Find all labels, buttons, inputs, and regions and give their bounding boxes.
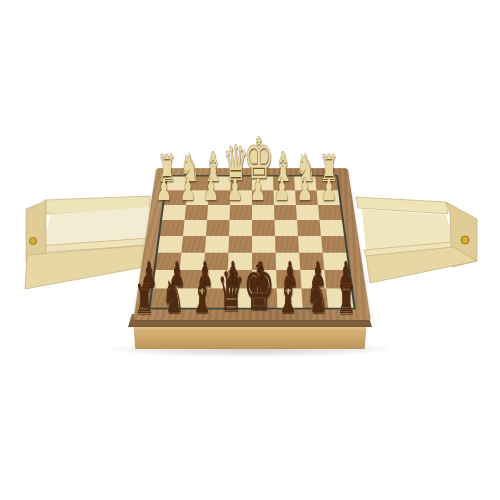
piece-dark-q[interactable]: ♛ [217,263,245,319]
square-c3[interactable] [274,205,297,220]
square-d4[interactable] [252,220,275,236]
square-b4[interactable] [297,220,321,236]
piece-dark-k[interactable]: ♚ [243,255,275,319]
square-g3[interactable] [185,205,208,220]
square-d3[interactable] [252,205,274,220]
left-drawer-knob[interactable] [29,237,36,244]
square-f4[interactable] [206,220,230,236]
piece-light-p[interactable]: ♟ [227,175,243,205]
square-g5[interactable] [181,236,206,253]
square-b5[interactable] [298,236,323,253]
piece-light-p[interactable]: ♟ [274,175,290,205]
square-a3[interactable] [318,205,342,220]
piece-light-p[interactable]: ♟ [156,175,172,205]
piece-light-p[interactable]: ♟ [180,175,196,205]
piece-dark-n[interactable]: ♞ [306,273,329,319]
square-c5[interactable] [275,236,299,253]
square-a5[interactable] [321,236,346,253]
piece-light-p[interactable]: ♟ [321,175,337,205]
square-a4[interactable] [319,220,344,236]
square-f5[interactable] [205,236,229,253]
chess-set-photo: ♜♞♝♛♚♝♞♜♟♟♟♟♟♟♟♟♟♟♟♟♟♟♟♟♜♞♝♛♚♝♞♜ [0,0,500,500]
square-h3[interactable] [162,205,186,220]
piece-dark-r[interactable]: ♜ [336,279,356,319]
piece-dark-r[interactable]: ♜ [134,279,154,319]
square-c4[interactable] [274,220,298,236]
piece-light-p[interactable]: ♟ [297,175,313,205]
square-e4[interactable] [229,220,252,236]
left-drawer-end-wall [26,201,46,262]
piece-dark-n[interactable]: ♞ [162,273,185,319]
piece-light-p[interactable]: ♟ [250,175,266,205]
box-body [132,326,368,349]
piece-light-p[interactable]: ♟ [203,175,219,205]
square-h4[interactable] [160,220,185,236]
square-h5[interactable] [158,236,183,253]
square-b3[interactable] [296,205,319,220]
right-drawer[interactable] [352,192,482,284]
right-drawer-knob[interactable] [461,236,469,244]
piece-dark-b[interactable]: ♝ [276,271,300,319]
square-g4[interactable] [183,220,207,236]
piece-dark-b[interactable]: ♝ [190,271,214,319]
square-e3[interactable] [230,205,252,220]
square-f3[interactable] [207,205,230,220]
